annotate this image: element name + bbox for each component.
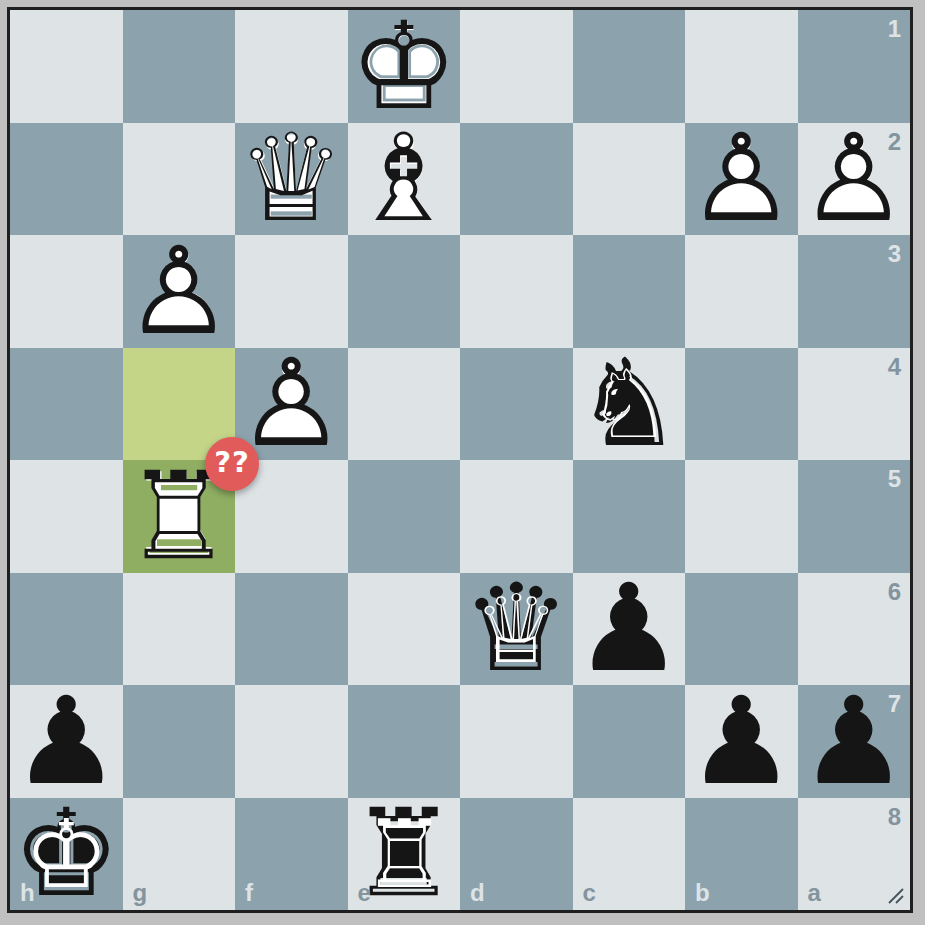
square-b8[interactable]: b [685, 798, 798, 911]
file-label-b: b [695, 881, 710, 905]
square-e6[interactable] [348, 573, 461, 686]
piece-black-king[interactable]: ♚♔ [10, 798, 123, 911]
square-b4[interactable] [685, 348, 798, 461]
square-e3[interactable] [348, 235, 461, 348]
piece-fill-layer: ♟ [800, 125, 908, 233]
square-d2[interactable] [460, 123, 573, 236]
square-f4[interactable]: ♟♙ [235, 348, 348, 461]
square-g2[interactable] [123, 123, 236, 236]
square-f6[interactable] [235, 573, 348, 686]
piece-white-bishop[interactable]: ♝♗ [348, 123, 461, 236]
square-b1[interactable] [685, 10, 798, 123]
piece-black-knight[interactable]: ♞♘ [573, 348, 686, 461]
piece-white-pawn[interactable]: ♟♙ [235, 348, 348, 461]
square-h6[interactable] [10, 573, 123, 686]
square-h2[interactable] [10, 123, 123, 236]
piece-fill-layer: ♝ [350, 125, 458, 233]
piece-white-pawn[interactable]: ♟♙ [123, 235, 236, 348]
piece-outline-layer: ♔ [22, 810, 110, 898]
file-label-f: f [245, 881, 253, 905]
square-a5[interactable]: 5 [798, 460, 911, 573]
square-b6[interactable] [685, 573, 798, 686]
square-b2[interactable]: ♟♙ [685, 123, 798, 236]
square-c5[interactable] [573, 460, 686, 573]
square-e8[interactable]: ♜♖e [348, 798, 461, 911]
square-f1[interactable] [235, 10, 348, 123]
square-b7[interactable]: ♟♙ [685, 685, 798, 798]
square-d6[interactable]: ♛♕ [460, 573, 573, 686]
piece-fill-layer: ♟ [798, 685, 911, 798]
square-c6[interactable]: ♟♙ [573, 573, 686, 686]
square-c7[interactable] [573, 685, 686, 798]
square-g8[interactable]: g [123, 798, 236, 911]
square-a2[interactable]: ♟♙2 [798, 123, 911, 236]
piece-white-pawn[interactable]: ♟♙ [798, 123, 911, 236]
square-c3[interactable] [573, 235, 686, 348]
resize-diagonal-icon [885, 885, 905, 905]
square-h8[interactable]: ♚♔h [10, 798, 123, 911]
piece-outline-layer: ♗ [348, 123, 461, 236]
square-g6[interactable] [123, 573, 236, 686]
square-g1[interactable] [123, 10, 236, 123]
piece-outline-layer: ♙ [123, 235, 236, 348]
piece-fill-layer: ♞ [573, 348, 686, 461]
square-d4[interactable] [460, 348, 573, 461]
piece-white-king[interactable]: ♚♔ [348, 10, 461, 123]
square-g3[interactable]: ♟♙ [123, 235, 236, 348]
piece-fill-layer: ♜ [348, 798, 461, 911]
square-h7[interactable]: ♟♙ [10, 685, 123, 798]
piece-black-rook[interactable]: ♜♖ [348, 798, 461, 911]
piece-black-queen[interactable]: ♛♕ [460, 573, 573, 686]
piece-black-pawn[interactable]: ♟♙ [685, 685, 798, 798]
square-f2[interactable]: ♛♕ [235, 123, 348, 236]
piece-outline-layer: ♕ [235, 123, 348, 236]
square-c2[interactable] [573, 123, 686, 236]
rank-label-4: 4 [888, 355, 901, 379]
square-d8[interactable]: d [460, 798, 573, 911]
piece-outline-layer: ♕ [472, 585, 560, 673]
piece-fill-layer: ♟ [125, 237, 233, 345]
file-label-a: a [808, 881, 821, 905]
square-h5[interactable] [10, 460, 123, 573]
piece-fill-layer: ♟ [687, 125, 795, 233]
square-a1[interactable]: 1 [798, 10, 911, 123]
rank-label-1: 1 [888, 17, 901, 41]
square-e5[interactable] [348, 460, 461, 573]
square-f3[interactable] [235, 235, 348, 348]
rank-label-3: 3 [888, 242, 901, 266]
piece-outline-layer: ♖ [360, 810, 448, 898]
file-label-c: c [583, 881, 596, 905]
piece-white-queen[interactable]: ♛♕ [235, 123, 348, 236]
piece-black-pawn[interactable]: ♟♙ [798, 685, 911, 798]
chess-board-frame: ♚♔1♛♕♝♗♟♙♟♙2♟♙3♟♙♞♘4♜♖5♛♕♟♙6♟♙♟♙♟♙7♚♔hgf… [7, 7, 913, 913]
piece-fill-layer: ♟ [237, 350, 345, 458]
piece-fill-layer: ♚ [10, 798, 123, 911]
square-c4[interactable]: ♞♘ [573, 348, 686, 461]
square-e2[interactable]: ♝♗ [348, 123, 461, 236]
piece-black-pawn[interactable]: ♟♙ [10, 685, 123, 798]
square-e7[interactable] [348, 685, 461, 798]
square-a4[interactable]: 4 [798, 348, 911, 461]
square-h4[interactable] [10, 348, 123, 461]
square-d1[interactable] [460, 10, 573, 123]
square-e4[interactable] [348, 348, 461, 461]
piece-outline-layer: ♙ [798, 123, 911, 236]
blunder-annotation-glyph: ?? [214, 448, 250, 480]
rank-label-5: 5 [888, 467, 901, 491]
square-a7[interactable]: ♟♙7 [798, 685, 911, 798]
piece-outline-layer: ♘ [585, 360, 673, 448]
rank-label-8: 8 [888, 805, 901, 829]
piece-fill-layer: ♛ [460, 573, 573, 686]
file-label-g: g [133, 881, 148, 905]
piece-outline-layer: ♔ [348, 10, 461, 123]
square-f8[interactable]: f [235, 798, 348, 911]
square-e1[interactable]: ♚♔ [348, 10, 461, 123]
piece-fill-layer: ♟ [573, 573, 686, 686]
piece-fill-layer: ♟ [10, 685, 123, 798]
square-g7[interactable] [123, 685, 236, 798]
board-resize-handle[interactable] [885, 885, 905, 905]
chess-board: ♚♔1♛♕♝♗♟♙♟♙2♟♙3♟♙♞♘4♜♖5♛♕♟♙6♟♙♟♙♟♙7♚♔hgf… [10, 10, 910, 910]
file-label-d: d [470, 881, 485, 905]
square-h1[interactable] [10, 10, 123, 123]
square-c8[interactable]: c [573, 798, 686, 911]
rank-label-6: 6 [888, 580, 901, 604]
piece-outline-layer: ♙ [685, 123, 798, 236]
square-d3[interactable] [460, 235, 573, 348]
square-d5[interactable] [460, 460, 573, 573]
piece-outline-layer: ♙ [235, 348, 348, 461]
square-a6[interactable]: 6 [798, 573, 911, 686]
square-f7[interactable] [235, 685, 348, 798]
piece-fill-layer: ♛ [237, 125, 345, 233]
square-b3[interactable] [685, 235, 798, 348]
square-b5[interactable] [685, 460, 798, 573]
piece-fill-layer: ♟ [685, 685, 798, 798]
piece-fill-layer: ♚ [350, 12, 458, 120]
blunder-annotation-badge: ?? [205, 437, 259, 491]
piece-black-pawn[interactable]: ♟♙ [573, 573, 686, 686]
piece-white-pawn[interactable]: ♟♙ [685, 123, 798, 236]
square-h3[interactable] [10, 235, 123, 348]
square-a3[interactable]: 3 [798, 235, 911, 348]
square-c1[interactable] [573, 10, 686, 123]
square-d7[interactable] [460, 685, 573, 798]
